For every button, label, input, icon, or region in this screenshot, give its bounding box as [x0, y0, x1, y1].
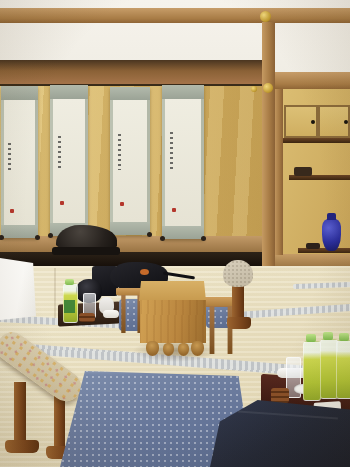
blue-vase: [322, 218, 341, 251]
seiza-bench-pad: [223, 260, 253, 287]
gold-nail-ornament-icon: [263, 83, 273, 93]
saucer-stack: [79, 313, 95, 322]
gold-nail-ornament-icon: [260, 11, 271, 22]
scroll-mount: [110, 222, 150, 235]
board-shadow: [132, 340, 218, 362]
white-cloth-table: [0, 258, 36, 320]
signature-column: [170, 132, 173, 170]
lower-shelf: [298, 248, 350, 253]
scroll-paper: [1, 100, 38, 225]
scroll-paper: [110, 100, 150, 222]
scroll-mount: [110, 87, 150, 100]
shelf-ornament: [294, 167, 312, 176]
scroll-paper: [162, 99, 204, 226]
bottle-cap: [339, 333, 349, 341]
scroll-mount: [1, 86, 38, 100]
shogi-room-photo: [0, 0, 350, 467]
scroll-paper: [50, 99, 88, 223]
cabinet-pull-icon: [344, 120, 348, 124]
bottle-cap: [306, 334, 316, 342]
scroll-mount: [1, 225, 38, 238]
alcove-post: [274, 89, 283, 255]
saucer-stack: [271, 388, 289, 403]
scroll-dou-hou-shizen: [1, 86, 38, 238]
board-foot: [191, 341, 204, 356]
top-beam: [0, 8, 350, 23]
board-foot: [178, 343, 189, 356]
shelf-ornament: [306, 243, 320, 249]
green-tea-bottle: [303, 341, 321, 401]
signature-column: [8, 143, 11, 173]
gold-nail-ornament-icon: [251, 86, 257, 92]
vase-neck: [327, 213, 336, 220]
board-foot: [146, 341, 159, 356]
seal-stamp-icon: [120, 202, 124, 206]
shogi-board: [140, 300, 206, 343]
lintel-beam: [0, 60, 262, 84]
cabinet-pull-icon: [311, 120, 315, 124]
scroll-mount: [162, 226, 204, 239]
shogi-board-top: [139, 281, 206, 301]
tatami-joint: [54, 268, 56, 320]
bottle-cap: [323, 332, 333, 340]
cabinet-base-shelf: [282, 138, 350, 143]
scroll-mount: [162, 85, 204, 99]
green-tea-bottle: [336, 340, 350, 399]
alcove-beam: [274, 72, 350, 89]
suiseki-base: [52, 247, 120, 255]
scroll-ten-hou-dou: [162, 85, 204, 239]
scroll-rail: [0, 84, 262, 86]
scroll-chi-hou-ten: [110, 87, 150, 235]
armrest-leg-base: [5, 440, 39, 453]
board-foot: [163, 343, 174, 356]
oshibori-towel: [103, 310, 119, 318]
seal-stamp-icon: [10, 209, 14, 213]
scroll-jin-hou-chi: [50, 85, 88, 236]
bottle-cap: [65, 279, 74, 285]
signature-column: [118, 134, 121, 170]
seiza-bench-pedestal: [232, 284, 244, 320]
seal-stamp-icon: [60, 201, 64, 205]
scroll-mount: [50, 85, 88, 99]
center-post: [262, 22, 275, 268]
seal-stamp-icon: [172, 208, 176, 212]
signature-column: [58, 136, 61, 170]
bottle-label: [64, 300, 75, 313]
seiza-bench-base: [227, 317, 251, 329]
jacket-lining: [140, 269, 149, 275]
